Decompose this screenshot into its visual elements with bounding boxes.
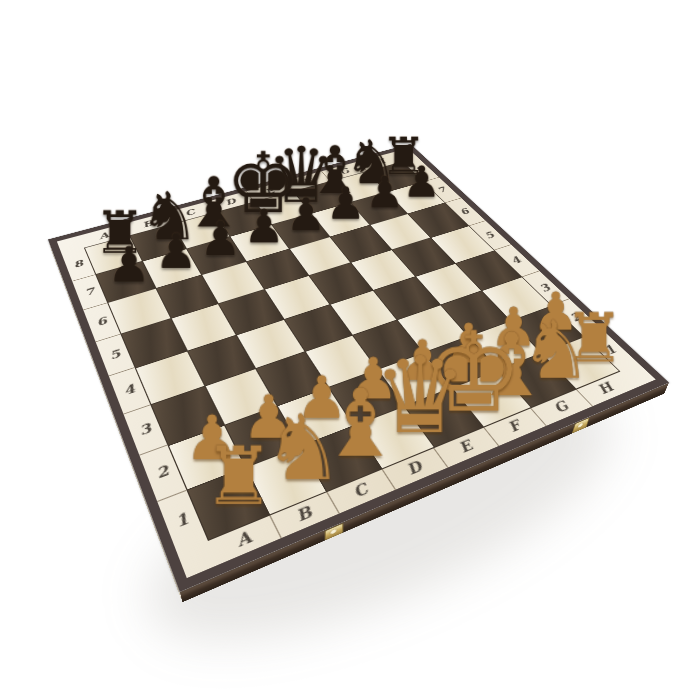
piece-black-pawn-c7[interactable]: ♟ <box>198 216 244 263</box>
piece-black-pawn-h7[interactable]: ♟ <box>401 161 443 204</box>
photo-background: ABCDEFGH ABCDEFGH 87654321 87654321 ♜♞♝♚… <box>0 0 700 700</box>
piece-black-pawn-a7[interactable]: ♟ <box>105 241 153 290</box>
piece-white-rook-a1[interactable]: ♜ <box>203 437 266 517</box>
piece-black-pawn-b7[interactable]: ♟ <box>153 228 200 276</box>
piece-black-pawn-e7[interactable]: ♟ <box>284 192 328 237</box>
piece-black-pawn-d7[interactable]: ♟ <box>242 204 287 250</box>
chess-board: ABCDEFGH ABCDEFGH 87654321 87654321 ♜♞♝♚… <box>48 144 669 592</box>
piece-black-pawn-g7[interactable]: ♟ <box>363 171 406 215</box>
piece-black-pawn-f7[interactable]: ♟ <box>324 181 367 226</box>
